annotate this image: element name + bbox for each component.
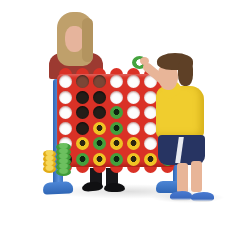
boy-leg-left [177, 163, 188, 193]
yellow-disc [127, 153, 140, 166]
yellow-disc [76, 137, 89, 150]
cell-r3c2[interactable] [74, 105, 91, 121]
empty-hole-dark [76, 91, 89, 104]
cell-r4c4[interactable] [108, 121, 125, 137]
empty-hole [127, 106, 140, 119]
woman-hair-side [82, 18, 93, 62]
boy-shoe-left [170, 191, 192, 201]
cell-r3c4[interactable] [108, 105, 125, 121]
empty-hole [59, 106, 72, 119]
cell-r5c4[interactable] [108, 136, 125, 152]
green-disc [110, 106, 123, 119]
cell-r3c5[interactable] [125, 105, 142, 121]
boy-shoe-right [191, 192, 214, 202]
cell-r2c3[interactable] [91, 90, 108, 106]
cell-r3c1[interactable] [57, 105, 74, 121]
cell-r6c6[interactable] [142, 152, 159, 168]
empty-hole-person [93, 75, 106, 88]
boy-hand [140, 57, 149, 65]
empty-hole [59, 91, 72, 104]
empty-hole-dark [76, 122, 89, 135]
empty-hole-dark [93, 106, 106, 119]
cell-r1c3[interactable] [91, 74, 108, 90]
cell-r5c2[interactable] [74, 136, 91, 152]
woman-shoe-right [104, 183, 125, 192]
cell-r1c5[interactable] [125, 74, 142, 90]
yellow-disc [110, 137, 123, 150]
empty-hole-person [76, 75, 89, 88]
cell-r4c1[interactable] [57, 121, 74, 137]
cell-r4c3[interactable] [91, 121, 108, 137]
cell-r1c2[interactable] [74, 74, 91, 90]
green-disc [76, 153, 89, 166]
empty-hole [127, 75, 140, 88]
empty-hole-dark [93, 91, 106, 104]
cell-r4c5[interactable] [125, 121, 142, 137]
cell-r2c1[interactable] [57, 90, 74, 106]
cell-r2c5[interactable] [125, 90, 142, 106]
empty-hole [144, 137, 157, 150]
empty-hole [127, 122, 140, 135]
left-foot [43, 181, 74, 195]
left-green-tray [56, 146, 71, 176]
cell-r2c4[interactable] [108, 90, 125, 106]
green-disc [93, 137, 106, 150]
empty-hole [110, 91, 123, 104]
cell-r5c3[interactable] [91, 136, 108, 152]
cell-r6c5[interactable] [125, 152, 142, 168]
boy-hair-back [178, 58, 193, 86]
green-disc [110, 153, 123, 166]
scene [0, 0, 250, 227]
yellow-disc [127, 137, 140, 150]
empty-hole [127, 91, 140, 104]
empty-hole-dark [76, 106, 89, 119]
tray-yellow-disc [43, 165, 56, 173]
left-yellow-tray [43, 153, 56, 173]
yellow-disc [93, 122, 106, 135]
empty-hole [110, 75, 123, 88]
empty-hole [59, 75, 72, 88]
cell-r1c4[interactable] [108, 74, 125, 90]
tray-green-disc [56, 168, 71, 176]
empty-hole [59, 122, 72, 135]
yellow-disc [93, 153, 106, 166]
cell-r6c3[interactable] [91, 152, 108, 168]
cell-r5c6[interactable] [142, 136, 159, 152]
cell-r4c2[interactable] [74, 121, 91, 137]
cell-r1c1[interactable] [57, 74, 74, 90]
cell-r6c4[interactable] [108, 152, 125, 168]
cell-r5c5[interactable] [125, 136, 142, 152]
cell-r3c3[interactable] [91, 105, 108, 121]
boy-leg-right [191, 161, 202, 192]
green-disc [110, 122, 123, 135]
cell-r2c2[interactable] [74, 90, 91, 106]
cell-r6c2[interactable] [74, 152, 91, 168]
yellow-disc [144, 153, 157, 166]
